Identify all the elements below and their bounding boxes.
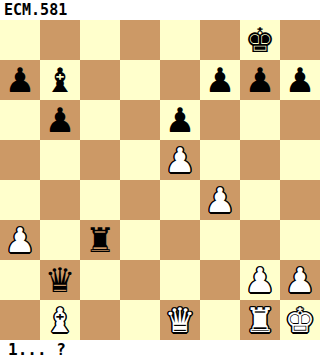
square-c8[interactable]: [80, 20, 120, 60]
square-f1[interactable]: [200, 300, 240, 340]
square-f8[interactable]: [200, 20, 240, 60]
square-a8[interactable]: [0, 20, 40, 60]
square-a3[interactable]: ♟: [0, 220, 40, 260]
square-d1[interactable]: [120, 300, 160, 340]
puzzle-id: ECM.581: [0, 0, 320, 20]
square-d4[interactable]: [120, 180, 160, 220]
square-c7[interactable]: [80, 60, 120, 100]
square-b1[interactable]: ♝: [40, 300, 80, 340]
piece-white-pawn[interactable]: ♟: [205, 180, 235, 220]
square-a6[interactable]: [0, 100, 40, 140]
square-f3[interactable]: [200, 220, 240, 260]
piece-white-bishop[interactable]: ♝: [45, 300, 75, 340]
piece-black-rook[interactable]: ♜: [85, 220, 115, 260]
square-e7[interactable]: [160, 60, 200, 100]
piece-black-pawn[interactable]: ♟: [285, 60, 315, 100]
square-h5[interactable]: [280, 140, 320, 180]
square-h7[interactable]: ♟: [280, 60, 320, 100]
square-h6[interactable]: [280, 100, 320, 140]
piece-white-pawn[interactable]: ♟: [5, 220, 35, 260]
square-g5[interactable]: [240, 140, 280, 180]
square-b6[interactable]: ♟: [40, 100, 80, 140]
move-prompt: 1... ?: [0, 340, 320, 360]
square-b2[interactable]: ♛: [40, 260, 80, 300]
square-f5[interactable]: [200, 140, 240, 180]
square-b5[interactable]: [40, 140, 80, 180]
square-e5[interactable]: ♟: [160, 140, 200, 180]
square-a5[interactable]: [0, 140, 40, 180]
piece-black-pawn[interactable]: ♟: [245, 60, 275, 100]
square-d5[interactable]: [120, 140, 160, 180]
square-b8[interactable]: [40, 20, 80, 60]
chess-board: ♚♟♝♟♟♟♟♟♟♟♟♜♛♟♟♝♛♜♚: [0, 20, 320, 340]
square-g4[interactable]: [240, 180, 280, 220]
square-d3[interactable]: [120, 220, 160, 260]
square-a1[interactable]: [0, 300, 40, 340]
square-g6[interactable]: [240, 100, 280, 140]
square-e8[interactable]: [160, 20, 200, 60]
square-e4[interactable]: [160, 180, 200, 220]
square-d8[interactable]: [120, 20, 160, 60]
square-g3[interactable]: [240, 220, 280, 260]
square-c1[interactable]: [80, 300, 120, 340]
square-f7[interactable]: ♟: [200, 60, 240, 100]
piece-white-pawn[interactable]: ♟: [245, 260, 275, 300]
piece-white-rook[interactable]: ♜: [245, 300, 275, 340]
piece-white-king[interactable]: ♚: [285, 300, 315, 340]
square-c4[interactable]: [80, 180, 120, 220]
square-g1[interactable]: ♜: [240, 300, 280, 340]
square-f4[interactable]: ♟: [200, 180, 240, 220]
square-b7[interactable]: ♝: [40, 60, 80, 100]
square-c6[interactable]: [80, 100, 120, 140]
square-g2[interactable]: ♟: [240, 260, 280, 300]
piece-black-pawn[interactable]: ♟: [45, 100, 75, 140]
square-a4[interactable]: [0, 180, 40, 220]
square-a7[interactable]: ♟: [0, 60, 40, 100]
square-h3[interactable]: [280, 220, 320, 260]
square-c3[interactable]: ♜: [80, 220, 120, 260]
piece-white-pawn[interactable]: ♟: [285, 260, 315, 300]
piece-black-bishop[interactable]: ♝: [45, 60, 75, 100]
square-e1[interactable]: ♛: [160, 300, 200, 340]
square-h4[interactable]: [280, 180, 320, 220]
square-h8[interactable]: [280, 20, 320, 60]
piece-black-pawn[interactable]: ♟: [5, 60, 35, 100]
piece-white-queen[interactable]: ♛: [165, 300, 195, 340]
square-c5[interactable]: [80, 140, 120, 180]
square-e6[interactable]: ♟: [160, 100, 200, 140]
piece-black-queen[interactable]: ♛: [45, 260, 75, 300]
square-d6[interactable]: [120, 100, 160, 140]
square-a2[interactable]: [0, 260, 40, 300]
square-h1[interactable]: ♚: [280, 300, 320, 340]
piece-white-pawn[interactable]: ♟: [165, 140, 195, 180]
square-f6[interactable]: [200, 100, 240, 140]
square-d7[interactable]: [120, 60, 160, 100]
square-g7[interactable]: ♟: [240, 60, 280, 100]
square-e3[interactable]: [160, 220, 200, 260]
piece-black-king[interactable]: ♚: [245, 20, 275, 60]
square-e2[interactable]: [160, 260, 200, 300]
square-f2[interactable]: [200, 260, 240, 300]
square-b3[interactable]: [40, 220, 80, 260]
square-c2[interactable]: [80, 260, 120, 300]
square-b4[interactable]: [40, 180, 80, 220]
piece-black-pawn[interactable]: ♟: [165, 100, 195, 140]
piece-black-pawn[interactable]: ♟: [205, 60, 235, 100]
square-h2[interactable]: ♟: [280, 260, 320, 300]
square-g8[interactable]: ♚: [240, 20, 280, 60]
square-d2[interactable]: [120, 260, 160, 300]
